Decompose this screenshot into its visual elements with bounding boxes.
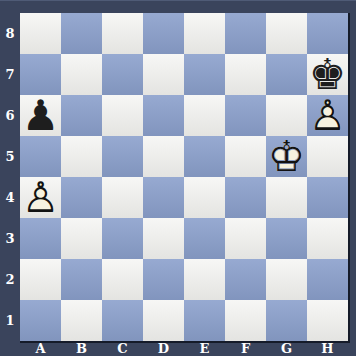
square-h7[interactable]: ♚: [307, 54, 348, 95]
square-b1[interactable]: [61, 300, 102, 341]
square-b3[interactable]: [61, 218, 102, 259]
square-d4[interactable]: [143, 177, 184, 218]
square-g4[interactable]: [266, 177, 307, 218]
file-label-a: A: [20, 341, 61, 356]
square-b7[interactable]: [61, 54, 102, 95]
square-d1[interactable]: [143, 300, 184, 341]
file-label-e: E: [184, 341, 225, 356]
square-a7[interactable]: [20, 54, 61, 95]
rank-label-3: 3: [0, 218, 20, 259]
rank-label-8: 8: [0, 13, 20, 54]
rank-label-2: 2: [0, 259, 20, 300]
square-h4[interactable]: [307, 177, 348, 218]
rank-label-7: 7: [0, 54, 20, 95]
white-pawn-outline-glyph: ♙: [20, 177, 61, 218]
square-g1[interactable]: [266, 300, 307, 341]
chess-board: ♚♟♟♙♚♔♟♙: [20, 13, 350, 343]
square-e3[interactable]: [184, 218, 225, 259]
white-king-outline-glyph: ♔: [266, 136, 307, 177]
square-g5[interactable]: ♚♔: [266, 136, 307, 177]
square-e7[interactable]: [184, 54, 225, 95]
square-e8[interactable]: [184, 13, 225, 54]
square-e1[interactable]: [184, 300, 225, 341]
square-c6[interactable]: [102, 95, 143, 136]
square-e2[interactable]: [184, 259, 225, 300]
white-pawn-a4: ♟♙: [20, 177, 61, 218]
square-g7[interactable]: [266, 54, 307, 95]
square-c8[interactable]: [102, 13, 143, 54]
square-g6[interactable]: [266, 95, 307, 136]
black-king-h7: ♚: [307, 54, 348, 95]
file-label-b: B: [61, 341, 102, 356]
file-label-c: C: [102, 341, 143, 356]
white-king-g5: ♚♔: [266, 136, 307, 177]
square-f5[interactable]: [225, 136, 266, 177]
square-a1[interactable]: [20, 300, 61, 341]
square-b8[interactable]: [61, 13, 102, 54]
square-a5[interactable]: [20, 136, 61, 177]
square-h8[interactable]: [307, 13, 348, 54]
square-h5[interactable]: [307, 136, 348, 177]
square-h6[interactable]: ♟♙: [307, 95, 348, 136]
square-g2[interactable]: [266, 259, 307, 300]
square-f4[interactable]: [225, 177, 266, 218]
file-label-d: D: [143, 341, 184, 356]
square-d7[interactable]: [143, 54, 184, 95]
white-pawn-glyph: ♟: [20, 177, 61, 218]
square-c2[interactable]: [102, 259, 143, 300]
file-label-h: H: [307, 341, 348, 356]
square-g3[interactable]: [266, 218, 307, 259]
rank-label-5: 5: [0, 136, 20, 177]
square-h3[interactable]: [307, 218, 348, 259]
square-c1[interactable]: [102, 300, 143, 341]
square-b6[interactable]: [61, 95, 102, 136]
file-labels: ABCDEFGH: [20, 341, 348, 356]
square-e6[interactable]: [184, 95, 225, 136]
square-f1[interactable]: [225, 300, 266, 341]
black-pawn-a6: ♟: [20, 95, 61, 136]
rank-label-1: 1: [0, 300, 20, 341]
white-king-glyph: ♚: [266, 136, 307, 177]
square-e4[interactable]: [184, 177, 225, 218]
square-f2[interactable]: [225, 259, 266, 300]
black-pawn-glyph: ♟: [20, 95, 61, 136]
file-label-g: G: [266, 341, 307, 356]
square-f3[interactable]: [225, 218, 266, 259]
square-c5[interactable]: [102, 136, 143, 177]
square-b4[interactable]: [61, 177, 102, 218]
square-d8[interactable]: [143, 13, 184, 54]
square-c7[interactable]: [102, 54, 143, 95]
square-a3[interactable]: [20, 218, 61, 259]
square-b5[interactable]: [61, 136, 102, 177]
square-f7[interactable]: [225, 54, 266, 95]
square-d6[interactable]: [143, 95, 184, 136]
square-a4[interactable]: ♟♙: [20, 177, 61, 218]
square-h1[interactable]: [307, 300, 348, 341]
white-pawn-glyph: ♟: [307, 95, 348, 136]
rank-label-6: 6: [0, 95, 20, 136]
square-d5[interactable]: [143, 136, 184, 177]
square-b2[interactable]: [61, 259, 102, 300]
square-a6[interactable]: ♟: [20, 95, 61, 136]
black-king-glyph: ♚: [307, 54, 348, 95]
square-f6[interactable]: [225, 95, 266, 136]
chess-diagram-frame: 87654321 ♚♟♟♙♚♔♟♙ ABCDEFGH: [0, 0, 356, 356]
square-c3[interactable]: [102, 218, 143, 259]
square-d2[interactable]: [143, 259, 184, 300]
square-d3[interactable]: [143, 218, 184, 259]
white-pawn-h6: ♟♙: [307, 95, 348, 136]
rank-label-4: 4: [0, 177, 20, 218]
square-h2[interactable]: [307, 259, 348, 300]
square-a2[interactable]: [20, 259, 61, 300]
square-a8[interactable]: [20, 13, 61, 54]
square-e5[interactable]: [184, 136, 225, 177]
rank-labels: 87654321: [0, 13, 20, 341]
square-f8[interactable]: [225, 13, 266, 54]
square-g8[interactable]: [266, 13, 307, 54]
white-pawn-outline-glyph: ♙: [307, 95, 348, 136]
file-label-f: F: [225, 341, 266, 356]
square-c4[interactable]: [102, 177, 143, 218]
